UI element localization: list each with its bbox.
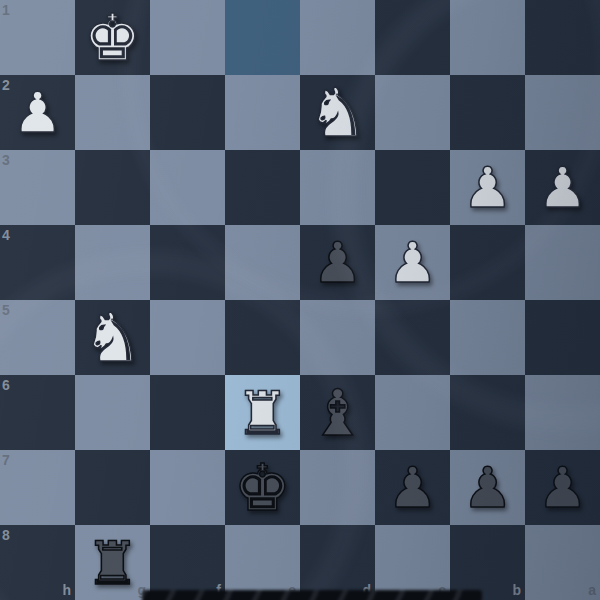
white-pawn-a3[interactable]: ♟ bbox=[537, 160, 587, 216]
square-h8[interactable]: 8h bbox=[0, 525, 75, 600]
white-knight-d2[interactable]: ♞ bbox=[307, 79, 368, 147]
square-h2[interactable]: 2♟ bbox=[0, 75, 75, 150]
square-e2[interactable] bbox=[225, 75, 300, 150]
square-h4[interactable]: 4 bbox=[0, 225, 75, 300]
square-e1[interactable] bbox=[225, 0, 300, 75]
square-a3[interactable]: ♟ bbox=[525, 150, 600, 225]
square-b7[interactable]: ♟ bbox=[450, 450, 525, 525]
square-a4[interactable] bbox=[525, 225, 600, 300]
square-a1[interactable] bbox=[525, 0, 600, 75]
square-g3[interactable] bbox=[75, 150, 150, 225]
square-c7[interactable]: ♟ bbox=[375, 450, 450, 525]
square-d4[interactable]: ♟ bbox=[300, 225, 375, 300]
square-a6[interactable] bbox=[525, 375, 600, 450]
square-c2[interactable] bbox=[375, 75, 450, 150]
file-label-h: h bbox=[62, 582, 71, 598]
black-pawn-c7[interactable]: ♟ bbox=[387, 460, 437, 516]
white-knight-g5[interactable]: ♞ bbox=[82, 304, 143, 372]
square-f6[interactable] bbox=[150, 375, 225, 450]
square-d6[interactable]: ♝ bbox=[300, 375, 375, 450]
square-a2[interactable] bbox=[525, 75, 600, 150]
black-pawn-b7[interactable]: ♟ bbox=[462, 460, 512, 516]
white-pawn-c4[interactable]: ♟ bbox=[387, 235, 437, 291]
rank-label-5: 5 bbox=[2, 302, 10, 318]
square-f7[interactable] bbox=[150, 450, 225, 525]
square-g5[interactable]: ♞ bbox=[75, 300, 150, 375]
square-c3[interactable] bbox=[375, 150, 450, 225]
square-a5[interactable] bbox=[525, 300, 600, 375]
square-d8[interactable]: d bbox=[300, 525, 375, 600]
white-king-g1[interactable]: ♚ bbox=[84, 6, 141, 70]
square-e3[interactable] bbox=[225, 150, 300, 225]
square-g4[interactable] bbox=[75, 225, 150, 300]
square-h3[interactable]: 3 bbox=[0, 150, 75, 225]
square-h7[interactable]: 7 bbox=[0, 450, 75, 525]
file-label-d: d bbox=[362, 582, 371, 598]
chess-board: 1♚2♟♞3♟♟4♟♟5♞6♜♝7♚♟♟♟8hg♜fedcba bbox=[0, 0, 600, 600]
square-h5[interactable]: 5 bbox=[0, 300, 75, 375]
black-bishop-d6[interactable]: ♝ bbox=[309, 381, 366, 445]
square-d1[interactable] bbox=[300, 0, 375, 75]
square-e6[interactable]: ♜ bbox=[225, 375, 300, 450]
white-rook-e6[interactable]: ♜ bbox=[236, 383, 290, 443]
square-b1[interactable] bbox=[450, 0, 525, 75]
square-c8[interactable]: c bbox=[375, 525, 450, 600]
square-f4[interactable] bbox=[150, 225, 225, 300]
rank-label-7: 7 bbox=[2, 452, 10, 468]
square-a7[interactable]: ♟ bbox=[525, 450, 600, 525]
file-label-c: c bbox=[438, 582, 446, 598]
square-e7[interactable]: ♚ bbox=[225, 450, 300, 525]
square-f8[interactable]: f bbox=[150, 525, 225, 600]
black-king-e7[interactable]: ♚ bbox=[234, 456, 291, 520]
square-f3[interactable] bbox=[150, 150, 225, 225]
white-pawn-h2[interactable]: ♟ bbox=[12, 85, 62, 141]
square-d3[interactable] bbox=[300, 150, 375, 225]
square-e5[interactable] bbox=[225, 300, 300, 375]
rank-label-1: 1 bbox=[2, 2, 10, 18]
square-c4[interactable]: ♟ bbox=[375, 225, 450, 300]
rank-label-2: 2 bbox=[2, 77, 10, 93]
square-b2[interactable] bbox=[450, 75, 525, 150]
square-b6[interactable] bbox=[450, 375, 525, 450]
square-g2[interactable] bbox=[75, 75, 150, 150]
square-g8[interactable]: g♜ bbox=[75, 525, 150, 600]
square-d7[interactable] bbox=[300, 450, 375, 525]
square-c5[interactable] bbox=[375, 300, 450, 375]
square-c6[interactable] bbox=[375, 375, 450, 450]
square-e8[interactable]: e bbox=[225, 525, 300, 600]
chess-app: 1♚2♟♞3♟♟4♟♟5♞6♜♝7♚♟♟♟8hg♜fedcba bbox=[0, 0, 600, 600]
rank-label-4: 4 bbox=[2, 227, 10, 243]
file-label-a: a bbox=[588, 582, 596, 598]
square-g1[interactable]: ♚ bbox=[75, 0, 150, 75]
file-label-f: f bbox=[216, 582, 221, 598]
square-b8[interactable]: b bbox=[450, 525, 525, 600]
square-e4[interactable] bbox=[225, 225, 300, 300]
file-label-e: e bbox=[288, 582, 296, 598]
square-a8[interactable]: a bbox=[525, 525, 600, 600]
black-pawn-a7[interactable]: ♟ bbox=[537, 460, 587, 516]
black-rook-g8[interactable]: ♜ bbox=[86, 533, 140, 593]
square-g7[interactable] bbox=[75, 450, 150, 525]
square-h1[interactable]: 1 bbox=[0, 0, 75, 75]
square-c1[interactable] bbox=[375, 0, 450, 75]
square-h6[interactable]: 6 bbox=[0, 375, 75, 450]
white-pawn-b3[interactable]: ♟ bbox=[462, 160, 512, 216]
square-b5[interactable] bbox=[450, 300, 525, 375]
square-b3[interactable]: ♟ bbox=[450, 150, 525, 225]
rank-label-6: 6 bbox=[2, 377, 10, 393]
square-f1[interactable] bbox=[150, 0, 225, 75]
square-f2[interactable] bbox=[150, 75, 225, 150]
square-b4[interactable] bbox=[450, 225, 525, 300]
square-d5[interactable] bbox=[300, 300, 375, 375]
rank-label-8: 8 bbox=[2, 527, 10, 543]
black-pawn-d4[interactable]: ♟ bbox=[312, 235, 362, 291]
rank-label-3: 3 bbox=[2, 152, 10, 168]
square-d2[interactable]: ♞ bbox=[300, 75, 375, 150]
square-f5[interactable] bbox=[150, 300, 225, 375]
file-label-b: b bbox=[512, 582, 521, 598]
square-g6[interactable] bbox=[75, 375, 150, 450]
